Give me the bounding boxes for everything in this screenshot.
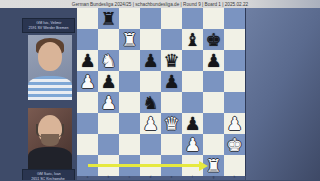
square-e7[interactable] [161, 29, 182, 50]
square-g4[interactable] [203, 92, 224, 113]
piece-white-king[interactable]: ♚ [226, 134, 242, 155]
black-player-name: GM Ivic, Velimir [36, 22, 61, 25]
square-a7[interactable] [77, 29, 98, 50]
last-move-arrow-line [88, 164, 199, 167]
piece-black-queen[interactable]: ♛ [163, 50, 179, 71]
piece-white-knight[interactable]: ♞ [100, 50, 116, 71]
piece-white-rook[interactable]: ♜ [121, 29, 137, 50]
file-label-c: c [125, 176, 134, 178]
square-b7[interactable] [98, 29, 119, 50]
file-coordinates: abcdefgh [77, 176, 245, 180]
square-c7[interactable]: ♜ [119, 29, 140, 50]
square-h8[interactable] [224, 8, 245, 29]
background-panel [246, 8, 320, 180]
square-a2[interactable] [77, 134, 98, 155]
square-d6[interactable]: ♟ [140, 50, 161, 71]
square-f8[interactable] [182, 8, 203, 29]
square-a4[interactable] [77, 92, 98, 113]
white-player-beard [41, 134, 59, 146]
black-player-rating-club: 2591 SV Werder Bremen [28, 27, 68, 30]
piece-black-pawn[interactable]: ♟ [163, 71, 179, 92]
black-player-photo [28, 35, 72, 100]
white-player-rating-club: 2651 SC Kirchweyhe [32, 178, 66, 181]
file-label-g: g [209, 176, 218, 178]
square-f4[interactable] [182, 92, 203, 113]
square-e8[interactable] [161, 8, 182, 29]
white-player-shirt [28, 147, 72, 171]
piece-black-pawn[interactable]: ♟ [142, 50, 158, 71]
square-e6[interactable]: ♛ [161, 50, 182, 71]
square-h4[interactable] [224, 92, 245, 113]
square-h6[interactable] [224, 50, 245, 71]
piece-white-queen[interactable]: ♛ [163, 113, 179, 134]
square-b4[interactable]: ♟ [98, 92, 119, 113]
square-e5[interactable]: ♟ [161, 71, 182, 92]
last-move-arrow-head [199, 161, 208, 171]
piece-white-rook[interactable]: ♜ [205, 155, 221, 176]
square-f7[interactable]: ♝ [182, 29, 203, 50]
chess-board[interactable]: ♜♜♝♚♟♞♟♛♟♟♟♟♟♞♟♛♟♟♟♚♜ [77, 8, 245, 176]
piece-black-pawn[interactable]: ♟ [100, 71, 116, 92]
square-f5[interactable] [182, 71, 203, 92]
square-c2[interactable] [119, 134, 140, 155]
square-c5[interactable] [119, 71, 140, 92]
piece-white-pawn[interactable]: ♟ [79, 71, 95, 92]
file-label-b: b [104, 176, 113, 178]
square-f3[interactable]: ♟ [182, 113, 203, 134]
square-c6[interactable] [119, 50, 140, 71]
black-player-face [38, 42, 62, 71]
square-e4[interactable] [161, 92, 182, 113]
square-g2[interactable] [203, 134, 224, 155]
square-b8[interactable]: ♜ [98, 8, 119, 29]
piece-black-pawn[interactable]: ♟ [79, 50, 95, 71]
square-c3[interactable] [119, 113, 140, 134]
square-f2[interactable]: ♟ [182, 134, 203, 155]
piece-white-pawn[interactable]: ♟ [100, 92, 116, 113]
players-sidebar: GM Ivic, Velimir 2591 SV Werder Bremen G… [0, 8, 77, 180]
square-h7[interactable] [224, 29, 245, 50]
square-b3[interactable] [98, 113, 119, 134]
square-c8[interactable] [119, 8, 140, 29]
piece-black-pawn[interactable]: ♟ [184, 113, 200, 134]
square-e3[interactable]: ♛ [161, 113, 182, 134]
white-player-photo [28, 108, 72, 171]
piece-black-pawn[interactable]: ♟ [205, 50, 221, 71]
piece-white-pawn[interactable]: ♟ [226, 113, 242, 134]
white-player-name: GM Saric, Ivan [37, 173, 61, 176]
square-b6[interactable]: ♞ [98, 50, 119, 71]
file-label-h: h [230, 176, 239, 178]
square-g6[interactable]: ♟ [203, 50, 224, 71]
piece-black-rook[interactable]: ♜ [100, 8, 116, 29]
square-g5[interactable] [203, 71, 224, 92]
square-h2[interactable]: ♚ [224, 134, 245, 155]
square-h3[interactable]: ♟ [224, 113, 245, 134]
square-h1[interactable] [224, 155, 245, 176]
piece-white-pawn[interactable]: ♟ [142, 113, 158, 134]
piece-black-knight[interactable]: ♞ [142, 92, 158, 113]
square-d8[interactable] [140, 8, 161, 29]
black-player-shirt [28, 76, 72, 100]
piece-white-pawn[interactable]: ♟ [184, 134, 200, 155]
square-g3[interactable] [203, 113, 224, 134]
file-label-a: a [83, 176, 92, 178]
square-d5[interactable] [140, 71, 161, 92]
white-player-nameplate: GM Saric, Ivan 2651 SC Kirchweyhe [22, 169, 75, 180]
square-d2[interactable] [140, 134, 161, 155]
piece-black-king[interactable]: ♚ [205, 29, 221, 50]
square-b5[interactable]: ♟ [98, 71, 119, 92]
square-d7[interactable] [140, 29, 161, 50]
square-a6[interactable]: ♟ [77, 50, 98, 71]
square-e2[interactable] [161, 134, 182, 155]
square-a8[interactable] [77, 8, 98, 29]
file-label-e: e [167, 176, 176, 178]
piece-black-bishop[interactable]: ♝ [184, 29, 200, 50]
square-g7[interactable]: ♚ [203, 29, 224, 50]
square-f6[interactable] [182, 50, 203, 71]
square-d3[interactable]: ♟ [140, 113, 161, 134]
square-g8[interactable] [203, 8, 224, 29]
broadcast-title-bar: German Bundesliga 2024/25 | schachbundes… [0, 0, 320, 8]
broadcast-title: German Bundesliga 2024/25 | schachbundes… [72, 2, 248, 7]
square-a3[interactable] [77, 113, 98, 134]
black-player-nameplate: GM Ivic, Velimir 2591 SV Werder Bremen [22, 18, 75, 33]
file-label-d: d [146, 176, 155, 178]
square-d4[interactable]: ♞ [140, 92, 161, 113]
square-a5[interactable]: ♟ [77, 71, 98, 92]
file-label-f: f [188, 176, 197, 178]
square-c4[interactable] [119, 92, 140, 113]
square-h5[interactable] [224, 71, 245, 92]
square-b2[interactable] [98, 134, 119, 155]
